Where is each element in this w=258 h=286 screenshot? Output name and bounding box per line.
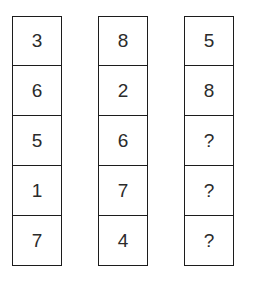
cell-c1-r4: 1	[12, 166, 62, 216]
column-2: 8 2 6 7 4	[98, 16, 148, 266]
cell-c2-r5: 4	[98, 216, 148, 266]
cell-c2-r3: 6	[98, 116, 148, 166]
cell-c2-r4: 7	[98, 166, 148, 216]
cell-c3-r2: 8	[184, 66, 234, 116]
puzzle-board: 3 6 5 1 7 8 2 6 7 4 5 8 ? ? ?	[0, 0, 258, 266]
column-1: 3 6 5 1 7	[12, 16, 62, 266]
cell-c1-r1: 3	[12, 16, 62, 66]
cell-c3-r5-unknown: ?	[184, 216, 234, 266]
cell-c3-r4-unknown: ?	[184, 166, 234, 216]
cell-c1-r2: 6	[12, 66, 62, 116]
cell-c1-r5: 7	[12, 216, 62, 266]
cell-c3-r1: 5	[184, 16, 234, 66]
cell-c1-r3: 5	[12, 116, 62, 166]
column-3: 5 8 ? ? ?	[184, 16, 234, 266]
cell-c2-r2: 2	[98, 66, 148, 116]
cell-c2-r1: 8	[98, 16, 148, 66]
cell-c3-r3-unknown: ?	[184, 116, 234, 166]
